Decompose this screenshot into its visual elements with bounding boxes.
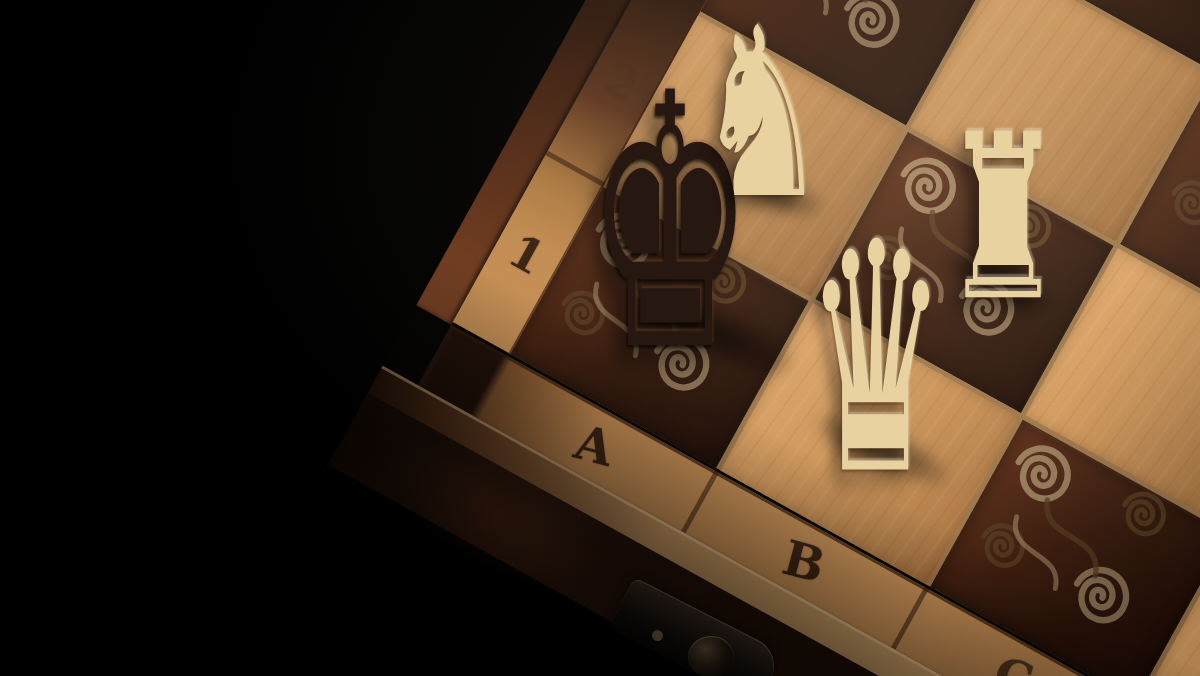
scene: 12345678 ABCDEFGH ♚♞♛♜ [0, 0, 1200, 676]
white-queen-b1[interactable]: ♛ [805, 202, 946, 520]
white-rook-b2[interactable]: ♜ [943, 104, 1063, 332]
